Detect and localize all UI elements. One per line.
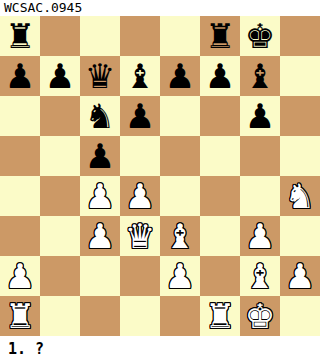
square-e8[interactable] xyxy=(160,16,200,56)
black-pawn-piece: ♟ xyxy=(165,56,195,96)
black-pawn-piece: ♟ xyxy=(85,136,115,176)
square-a4[interactable] xyxy=(0,176,40,216)
square-c2[interactable] xyxy=(80,256,120,296)
square-e6[interactable] xyxy=(160,96,200,136)
black-rook-piece: ♜ xyxy=(5,16,35,56)
black-bishop-piece: ♝ xyxy=(125,56,155,96)
square-f5[interactable] xyxy=(200,136,240,176)
square-f1[interactable]: ♜ xyxy=(200,296,240,336)
chess-diagram-window: WCSAC.0945 ♜♜♚♟♟♛♝♟♟♝♞♟♟♟♟♟♞♟♛♝♟♟♟♝♟♜♜♚ … xyxy=(0,0,320,358)
square-b8[interactable] xyxy=(40,16,80,56)
square-e4[interactable] xyxy=(160,176,200,216)
square-a2[interactable]: ♟ xyxy=(0,256,40,296)
black-queen-piece: ♛ xyxy=(85,56,115,96)
square-g3[interactable]: ♟ xyxy=(240,216,280,256)
black-pawn-piece: ♟ xyxy=(125,96,155,136)
square-e5[interactable] xyxy=(160,136,200,176)
white-pawn-piece: ♟ xyxy=(245,216,275,256)
black-pawn-piece: ♟ xyxy=(205,56,235,96)
square-b1[interactable] xyxy=(40,296,80,336)
square-c7[interactable]: ♛ xyxy=(80,56,120,96)
square-e7[interactable]: ♟ xyxy=(160,56,200,96)
square-c1[interactable] xyxy=(80,296,120,336)
square-a8[interactable]: ♜ xyxy=(0,16,40,56)
square-b3[interactable] xyxy=(40,216,80,256)
diagram-title: WCSAC.0945 xyxy=(0,0,320,16)
square-g6[interactable]: ♟ xyxy=(240,96,280,136)
black-king-piece: ♚ xyxy=(245,16,275,56)
white-queen-piece: ♛ xyxy=(125,216,155,256)
square-c4[interactable]: ♟ xyxy=(80,176,120,216)
square-e1[interactable] xyxy=(160,296,200,336)
square-b6[interactable] xyxy=(40,96,80,136)
square-a6[interactable] xyxy=(0,96,40,136)
square-d5[interactable] xyxy=(120,136,160,176)
square-f8[interactable]: ♜ xyxy=(200,16,240,56)
square-g4[interactable] xyxy=(240,176,280,216)
black-knight-piece: ♞ xyxy=(85,96,115,136)
square-c3[interactable]: ♟ xyxy=(80,216,120,256)
square-g1[interactable]: ♚ xyxy=(240,296,280,336)
square-g8[interactable]: ♚ xyxy=(240,16,280,56)
black-bishop-piece: ♝ xyxy=(245,56,275,96)
square-c8[interactable] xyxy=(80,16,120,56)
square-h3[interactable] xyxy=(280,216,320,256)
square-b5[interactable] xyxy=(40,136,80,176)
square-d3[interactable]: ♛ xyxy=(120,216,160,256)
white-pawn-piece: ♟ xyxy=(85,176,115,216)
square-h7[interactable] xyxy=(280,56,320,96)
square-b2[interactable] xyxy=(40,256,80,296)
square-b4[interactable] xyxy=(40,176,80,216)
square-h2[interactable]: ♟ xyxy=(280,256,320,296)
square-f3[interactable] xyxy=(200,216,240,256)
white-pawn-piece: ♟ xyxy=(125,176,155,216)
square-h6[interactable] xyxy=(280,96,320,136)
white-pawn-piece: ♟ xyxy=(165,256,195,296)
square-f4[interactable] xyxy=(200,176,240,216)
square-e2[interactable]: ♟ xyxy=(160,256,200,296)
white-bishop-piece: ♝ xyxy=(245,256,275,296)
white-pawn-piece: ♟ xyxy=(5,256,35,296)
black-rook-piece: ♜ xyxy=(205,16,235,56)
square-f2[interactable] xyxy=(200,256,240,296)
square-d4[interactable]: ♟ xyxy=(120,176,160,216)
square-g2[interactable]: ♝ xyxy=(240,256,280,296)
square-e3[interactable]: ♝ xyxy=(160,216,200,256)
square-h8[interactable] xyxy=(280,16,320,56)
black-pawn-piece: ♟ xyxy=(245,96,275,136)
square-d7[interactable]: ♝ xyxy=(120,56,160,96)
square-d2[interactable] xyxy=(120,256,160,296)
white-rook-piece: ♜ xyxy=(205,296,235,336)
square-d1[interactable] xyxy=(120,296,160,336)
white-bishop-piece: ♝ xyxy=(165,216,195,256)
move-prompt: 1. ? xyxy=(0,340,320,358)
black-pawn-piece: ♟ xyxy=(45,56,75,96)
square-f7[interactable]: ♟ xyxy=(200,56,240,96)
square-h1[interactable] xyxy=(280,296,320,336)
square-h4[interactable]: ♞ xyxy=(280,176,320,216)
white-king-piece: ♚ xyxy=(245,296,275,336)
square-h5[interactable] xyxy=(280,136,320,176)
black-pawn-piece: ♟ xyxy=(5,56,35,96)
square-g5[interactable] xyxy=(240,136,280,176)
square-c5[interactable]: ♟ xyxy=(80,136,120,176)
square-f6[interactable] xyxy=(200,96,240,136)
square-b7[interactable]: ♟ xyxy=(40,56,80,96)
square-a5[interactable] xyxy=(0,136,40,176)
square-d8[interactable] xyxy=(120,16,160,56)
white-rook-piece: ♜ xyxy=(5,296,35,336)
square-d6[interactable]: ♟ xyxy=(120,96,160,136)
square-a1[interactable]: ♜ xyxy=(0,296,40,336)
square-a7[interactable]: ♟ xyxy=(0,56,40,96)
white-pawn-piece: ♟ xyxy=(85,216,115,256)
square-a3[interactable] xyxy=(0,216,40,256)
white-pawn-piece: ♟ xyxy=(285,256,315,296)
white-knight-piece: ♞ xyxy=(285,176,315,216)
square-c6[interactable]: ♞ xyxy=(80,96,120,136)
chess-board: ♜♜♚♟♟♛♝♟♟♝♞♟♟♟♟♟♞♟♛♝♟♟♟♝♟♜♜♚ xyxy=(0,16,320,336)
square-g7[interactable]: ♝ xyxy=(240,56,280,96)
